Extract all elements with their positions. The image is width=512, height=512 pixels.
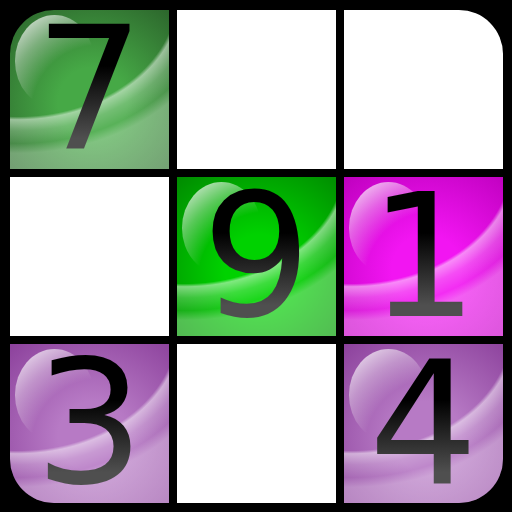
digit-7: 7 — [35, 10, 144, 169]
cell-r0c2[interactable] — [344, 10, 503, 169]
digit-4: 4 — [369, 344, 478, 503]
cell-r2c0[interactable]: 3 — [10, 344, 169, 503]
cell-r1c2[interactable]: 1 — [344, 177, 503, 336]
digit-1: 1 — [369, 177, 478, 336]
cell-r2c1[interactable] — [177, 344, 336, 503]
cell-r0c1[interactable] — [177, 10, 336, 169]
digit-3: 3 — [35, 344, 144, 503]
sudoku-board: 7 9 1 3 4 — [0, 0, 512, 512]
digit-9: 9 — [202, 177, 311, 336]
cell-r0c0[interactable]: 7 — [10, 10, 169, 169]
cell-r1c1[interactable]: 9 — [177, 177, 336, 336]
cell-r2c2[interactable]: 4 — [344, 344, 503, 503]
cell-r1c0[interactable] — [10, 177, 169, 336]
